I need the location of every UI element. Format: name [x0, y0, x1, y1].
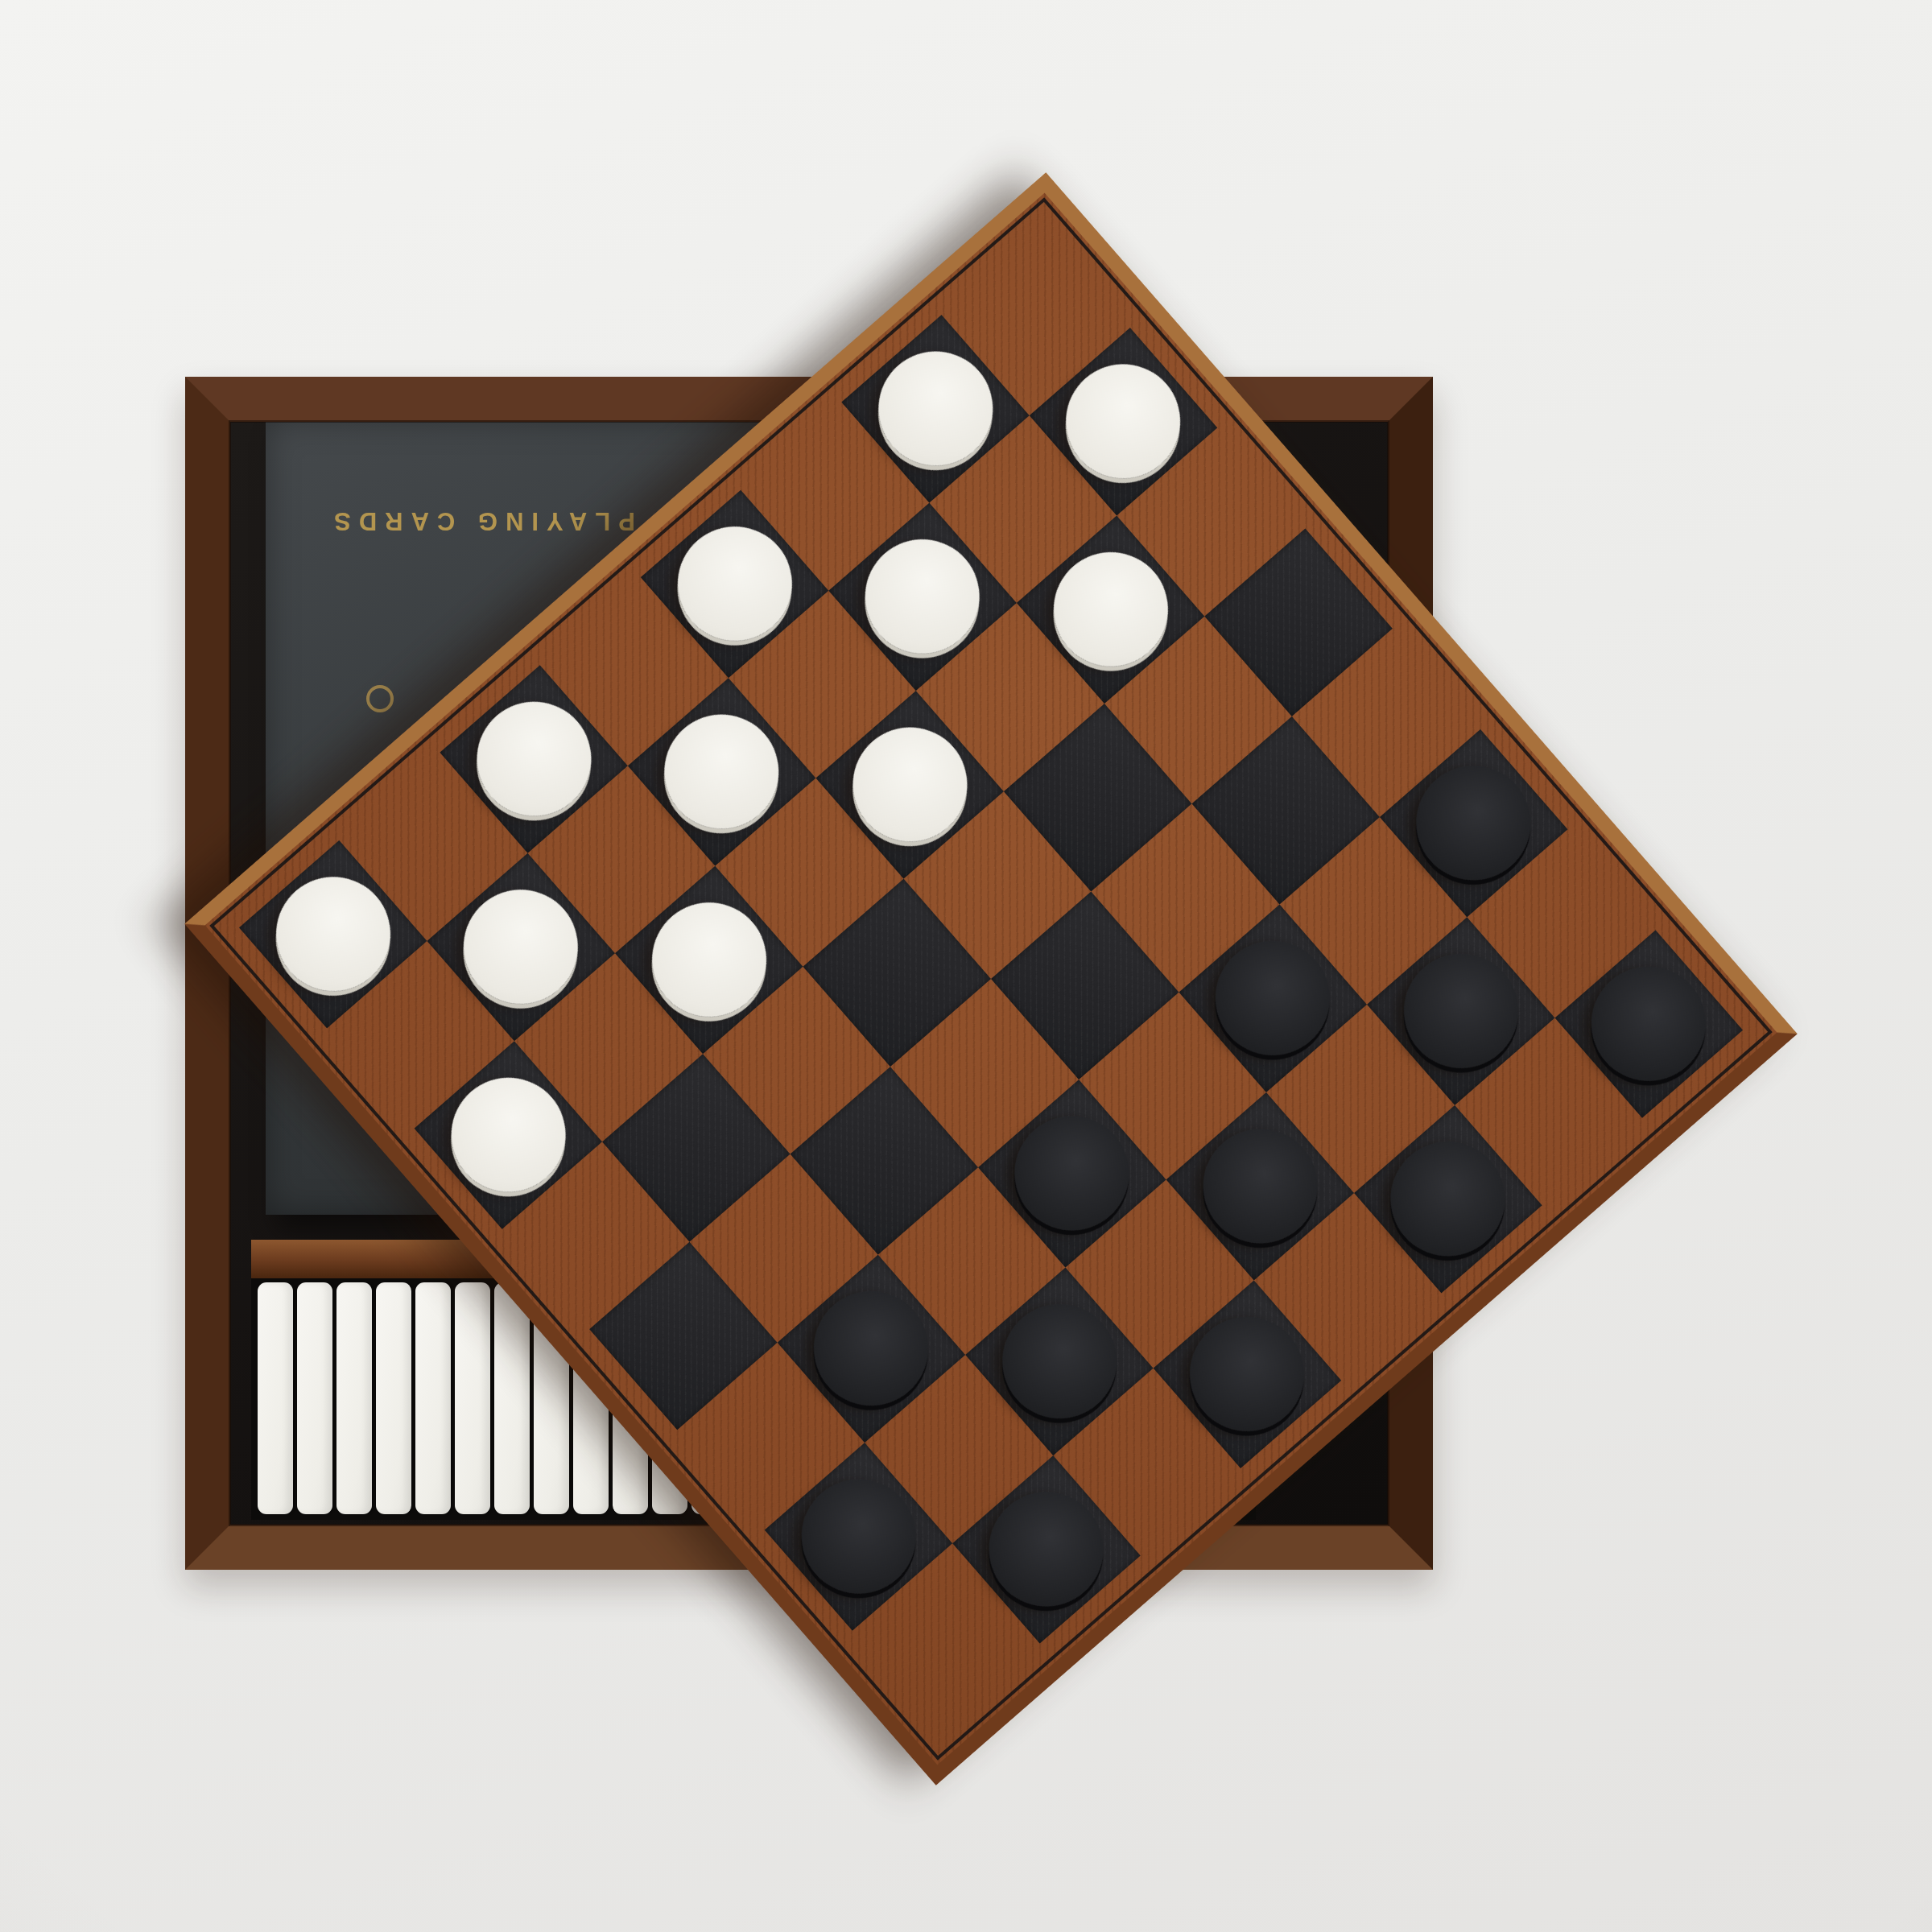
photo-stage: PLAYING CARDS [0, 0, 1932, 1932]
